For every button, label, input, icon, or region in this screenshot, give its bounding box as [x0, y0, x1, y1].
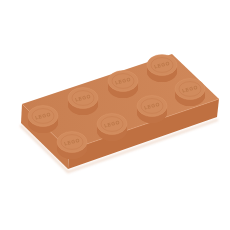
- stud-5: LEGO: [57, 132, 87, 160]
- stud-7: LEGO: [137, 96, 167, 124]
- stud-4: LEGO: [147, 55, 177, 83]
- stud-6: LEGO: [97, 114, 127, 142]
- stud-2: LEGO: [68, 88, 98, 116]
- lego-plate-svg: LEGOLEGOLEGOLEGOLEGOLEGOLEGOLEGO: [0, 0, 230, 230]
- stud-8: LEGO: [175, 79, 205, 107]
- lego-plate-photo: LEGOLEGOLEGOLEGOLEGOLEGOLEGOLEGO: [0, 0, 230, 230]
- stud-1: LEGO: [28, 106, 58, 134]
- stud-3: LEGO: [108, 71, 138, 99]
